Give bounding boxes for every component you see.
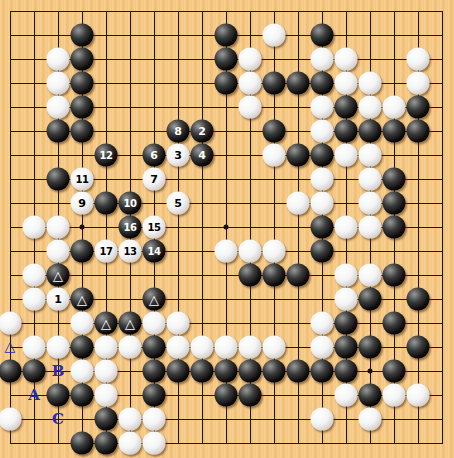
white-stone[interactable] [215,336,238,359]
black-stone[interactable] [383,264,406,287]
white-stone[interactable] [143,312,166,335]
black-stone-move-10[interactable]: 10 [119,192,142,215]
black-stone[interactable] [0,360,22,383]
move-number: 6 [150,150,158,161]
black-stone-move-8[interactable]: 8 [167,120,190,143]
white-stone[interactable] [47,336,70,359]
white-stone[interactable] [239,96,262,119]
black-stone[interactable] [263,120,286,143]
black-stone-move-6[interactable]: 6 [143,144,166,167]
white-stone[interactable] [359,168,382,191]
white-stone[interactable] [335,216,358,239]
black-stone[interactable] [311,72,334,95]
black-stone[interactable] [311,24,334,47]
black-stone[interactable] [95,192,118,215]
black-stone[interactable] [359,120,382,143]
black-stone[interactable] [71,384,94,407]
move-number: 16 [124,222,137,232]
triangle-mark-icon: △ [101,316,111,329]
white-stone[interactable] [359,264,382,287]
white-stone[interactable] [335,384,358,407]
white-stone[interactable] [239,48,262,71]
white-stone[interactable] [311,312,334,335]
white-stone[interactable] [119,408,142,431]
white-stone-move-13[interactable]: 13 [119,240,142,263]
white-stone-move-11[interactable]: 11 [71,168,94,191]
black-stone-triangle-marked[interactable]: △ [47,264,70,287]
white-stone[interactable] [287,192,310,215]
move-number: 14 [148,246,161,256]
star-point [80,225,85,230]
white-stone[interactable] [311,96,334,119]
star-point [368,369,373,374]
black-stone[interactable] [311,360,334,383]
black-stone[interactable] [71,120,94,143]
black-stone[interactable] [215,72,238,95]
white-stone[interactable] [311,408,334,431]
black-stone[interactable] [263,72,286,95]
black-stone[interactable] [47,120,70,143]
black-stone[interactable] [215,360,238,383]
white-stone[interactable] [359,216,382,239]
grid-line-horizontal [10,11,443,12]
white-stone-move-5[interactable]: 5 [167,192,190,215]
move-number: 2 [198,126,206,137]
move-number: 1 [54,294,62,305]
white-stone[interactable] [311,48,334,71]
black-stone[interactable] [71,96,94,119]
black-stone[interactable] [71,240,94,263]
black-stone[interactable] [71,48,94,71]
move-number: 4 [198,150,206,161]
black-stone[interactable] [311,144,334,167]
white-stone[interactable] [95,336,118,359]
black-stone-move-4[interactable]: 4 [191,144,214,167]
black-stone[interactable] [383,120,406,143]
white-stone-move-17[interactable]: 17 [95,240,118,263]
white-stone[interactable] [335,264,358,287]
move-number: 5 [174,198,182,209]
white-stone[interactable] [239,336,262,359]
white-stone[interactable] [263,240,286,263]
white-stone[interactable] [95,360,118,383]
black-stone[interactable] [71,24,94,47]
black-stone[interactable] [383,312,406,335]
black-stone-triangle-marked[interactable]: △ [71,288,94,311]
black-stone[interactable] [359,384,382,407]
black-stone[interactable] [359,288,382,311]
white-stone[interactable] [47,240,70,263]
white-stone[interactable] [71,312,94,335]
black-stone-move-2[interactable]: 2 [191,120,214,143]
white-stone[interactable] [167,336,190,359]
black-stone[interactable] [239,360,262,383]
white-stone[interactable] [311,168,334,191]
move-number: 7 [150,174,158,185]
white-stone[interactable] [239,72,262,95]
white-stone[interactable] [335,144,358,167]
white-stone[interactable] [263,144,286,167]
white-stone[interactable] [311,192,334,215]
white-stone[interactable] [263,336,286,359]
point-label-A[interactable]: A [28,386,40,404]
move-number: 13 [124,246,137,256]
black-stone[interactable] [215,48,238,71]
black-stone[interactable] [143,336,166,359]
white-stone[interactable] [191,336,214,359]
white-stone-move-1[interactable]: 1 [47,288,70,311]
empty-point-triangle-mark: △ [5,338,16,354]
triangle-mark-icon: △ [77,292,87,305]
white-stone[interactable] [95,384,118,407]
black-stone[interactable] [167,360,190,383]
black-stone[interactable] [407,120,430,143]
black-stone[interactable] [95,408,118,431]
white-stone[interactable] [119,432,142,455]
black-stone[interactable] [47,384,70,407]
white-stone[interactable] [407,384,430,407]
black-stone[interactable] [335,96,358,119]
white-stone[interactable] [215,240,238,263]
white-stone[interactable] [119,336,142,359]
move-number: 15 [148,222,161,232]
black-stone-move-16[interactable]: 16 [119,216,142,239]
white-stone[interactable] [47,96,70,119]
black-stone[interactable] [311,216,334,239]
white-stone[interactable] [263,24,286,47]
black-stone[interactable] [383,216,406,239]
black-stone[interactable] [335,360,358,383]
black-stone[interactable] [287,360,310,383]
white-stone[interactable] [359,408,382,431]
white-stone-move-3[interactable]: 3 [167,144,190,167]
black-stone[interactable] [71,72,94,95]
triangle-mark-icon: △ [149,292,159,305]
move-number: 17 [100,246,113,256]
black-stone[interactable] [335,312,358,335]
white-stone[interactable] [0,312,22,335]
black-stone[interactable] [287,144,310,167]
white-stone[interactable] [359,144,382,167]
white-stone[interactable] [335,288,358,311]
black-stone[interactable] [95,432,118,455]
white-stone[interactable] [47,48,70,71]
move-number: 8 [174,126,182,137]
white-stone[interactable] [311,120,334,143]
black-stone[interactable] [143,360,166,383]
white-stone[interactable] [359,72,382,95]
move-number: 9 [78,198,86,209]
black-stone[interactable] [407,288,430,311]
go-board[interactable]: 821263411791051615171314△1△△△△△ABC [0,0,454,458]
black-stone[interactable] [239,264,262,287]
triangle-mark-icon: △ [53,268,63,281]
white-stone[interactable] [359,192,382,215]
black-stone[interactable] [263,360,286,383]
black-stone[interactable] [383,192,406,215]
white-stone[interactable] [23,264,46,287]
star-point [224,225,229,230]
white-stone[interactable] [167,312,190,335]
black-stone[interactable] [215,384,238,407]
black-stone[interactable] [359,336,382,359]
white-stone[interactable] [407,72,430,95]
black-stone-move-14[interactable]: 14 [143,240,166,263]
white-stone[interactable] [335,48,358,71]
white-stone[interactable] [383,384,406,407]
black-stone[interactable] [263,264,286,287]
move-number: 11 [76,174,89,184]
black-stone[interactable] [287,264,310,287]
black-stone[interactable] [311,240,334,263]
white-stone[interactable] [335,72,358,95]
move-number: 12 [100,150,113,160]
move-number: 3 [174,150,182,161]
white-stone-move-9[interactable]: 9 [71,192,94,215]
white-stone[interactable] [47,72,70,95]
white-stone[interactable] [0,408,22,431]
white-stone[interactable] [383,96,406,119]
white-stone[interactable] [143,408,166,431]
black-stone[interactable] [71,336,94,359]
black-stone[interactable] [407,96,430,119]
white-stone[interactable] [71,360,94,383]
move-number: 10 [124,198,137,208]
point-label-C[interactable]: C [52,410,64,428]
black-stone-triangle-marked[interactable]: △ [119,312,142,335]
black-stone[interactable] [383,360,406,383]
black-stone-triangle-marked[interactable]: △ [95,312,118,335]
black-stone[interactable] [23,360,46,383]
black-stone[interactable] [239,384,262,407]
white-stone[interactable] [23,288,46,311]
black-stone[interactable] [215,24,238,47]
black-stone[interactable] [287,72,310,95]
white-stone-move-7[interactable]: 7 [143,168,166,191]
black-stone[interactable] [47,168,70,191]
black-stone[interactable] [335,120,358,143]
white-stone[interactable] [359,96,382,119]
black-stone[interactable] [335,336,358,359]
triangle-mark-icon: △ [125,316,135,329]
white-stone[interactable] [47,216,70,239]
black-stone-triangle-marked[interactable]: △ [143,288,166,311]
black-stone[interactable] [143,384,166,407]
white-stone[interactable] [143,432,166,455]
white-stone-move-15[interactable]: 15 [143,216,166,239]
black-stone-move-12[interactable]: 12 [95,144,118,167]
white-stone[interactable] [23,336,46,359]
black-stone[interactable] [407,336,430,359]
black-stone[interactable] [383,168,406,191]
white-stone[interactable] [239,240,262,263]
white-stone[interactable] [23,216,46,239]
white-stone[interactable] [407,48,430,71]
black-stone[interactable] [71,432,94,455]
point-label-B[interactable]: B [52,362,65,380]
white-stone[interactable] [311,336,334,359]
black-stone[interactable] [191,360,214,383]
